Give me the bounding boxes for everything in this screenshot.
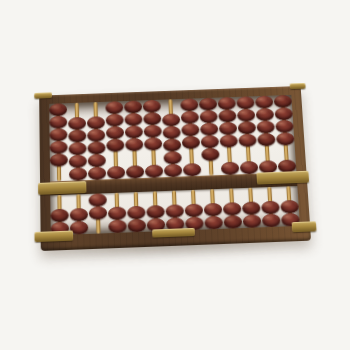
bead[interactable] (68, 117, 86, 130)
bead[interactable] (87, 116, 105, 129)
bead[interactable] (69, 129, 87, 142)
brass-corner-plate-bottom-right (292, 221, 317, 232)
bead[interactable] (165, 204, 184, 218)
bead[interactable] (106, 139, 124, 152)
bead[interactable] (128, 219, 147, 233)
five-bead-deck (49, 95, 296, 182)
bead[interactable] (223, 215, 242, 229)
bead[interactable] (88, 141, 106, 154)
bead[interactable] (89, 193, 107, 207)
bead[interactable] (181, 123, 199, 136)
bead[interactable] (218, 109, 236, 122)
bead[interactable] (200, 123, 218, 136)
bead[interactable] (242, 201, 261, 215)
bead[interactable] (275, 120, 294, 133)
bead[interactable] (50, 153, 68, 166)
bead[interactable] (181, 111, 199, 124)
bead[interactable] (106, 126, 124, 139)
bead[interactable] (89, 206, 107, 220)
bead[interactable] (144, 125, 162, 138)
bead[interactable] (163, 138, 181, 151)
bead[interactable] (127, 206, 146, 220)
bead[interactable] (164, 164, 182, 177)
bead[interactable] (280, 200, 299, 214)
bead[interactable] (261, 214, 280, 228)
bead[interactable] (242, 214, 261, 228)
abacus-interior (49, 95, 300, 236)
bead[interactable] (108, 219, 127, 233)
bead[interactable] (238, 134, 257, 147)
bead[interactable] (163, 151, 181, 164)
bead[interactable] (88, 154, 106, 167)
bead[interactable] (261, 201, 280, 215)
bead[interactable] (50, 116, 68, 129)
bead[interactable] (87, 129, 105, 142)
bead[interactable] (199, 110, 217, 123)
bead[interactable] (223, 202, 242, 216)
bead[interactable] (146, 205, 165, 219)
bead[interactable] (237, 121, 256, 134)
bead[interactable] (50, 103, 68, 116)
brass-plate-bottom-center (152, 228, 195, 238)
bead[interactable] (256, 120, 275, 133)
bead[interactable] (276, 132, 295, 145)
photo-background (0, 0, 350, 350)
bead[interactable] (125, 113, 143, 126)
bead[interactable] (204, 203, 223, 217)
bead[interactable] (255, 96, 273, 109)
bead[interactable] (50, 128, 68, 141)
bead[interactable] (69, 155, 87, 168)
bead[interactable] (125, 138, 143, 151)
bead[interactable] (236, 96, 254, 109)
beam-hinge-left-brass (38, 181, 86, 195)
bead[interactable] (143, 100, 161, 113)
bead[interactable] (219, 122, 237, 135)
beam-hinge-right-brass (256, 171, 309, 185)
bead[interactable] (50, 141, 68, 154)
bead[interactable] (126, 165, 144, 178)
bead[interactable] (144, 137, 162, 150)
bead[interactable] (107, 166, 125, 179)
bead[interactable] (69, 167, 87, 180)
bead[interactable] (184, 204, 203, 218)
bead[interactable] (69, 142, 87, 155)
bead[interactable] (125, 125, 143, 138)
bead[interactable] (199, 98, 217, 111)
abacus-frame (39, 86, 311, 251)
brass-corner-plate-top-left (34, 92, 52, 98)
bead[interactable] (70, 208, 88, 222)
bead[interactable] (106, 101, 124, 114)
bead[interactable] (108, 206, 127, 220)
bead[interactable] (88, 167, 106, 180)
bead[interactable] (106, 114, 124, 127)
bead[interactable] (145, 164, 163, 177)
bead[interactable] (124, 100, 142, 113)
bead[interactable] (219, 134, 238, 147)
brass-corner-plate-top-right (290, 83, 306, 89)
bead[interactable] (255, 108, 274, 121)
bead[interactable] (274, 107, 293, 120)
bead[interactable] (180, 98, 198, 111)
bead[interactable] (182, 136, 200, 149)
bead[interactable] (217, 97, 235, 110)
bead[interactable] (273, 95, 292, 108)
bead[interactable] (221, 162, 240, 175)
bead[interactable] (162, 113, 180, 126)
bead[interactable] (51, 209, 69, 223)
bead[interactable] (237, 109, 255, 122)
bead[interactable] (257, 133, 276, 146)
bead[interactable] (143, 112, 161, 125)
bead[interactable] (201, 148, 220, 161)
bead[interactable] (162, 126, 180, 139)
bead[interactable] (204, 216, 223, 230)
brass-corner-plate-bottom-left (34, 231, 73, 243)
bead[interactable] (183, 163, 202, 176)
bead[interactable] (200, 135, 218, 148)
bead[interactable] (239, 161, 258, 174)
